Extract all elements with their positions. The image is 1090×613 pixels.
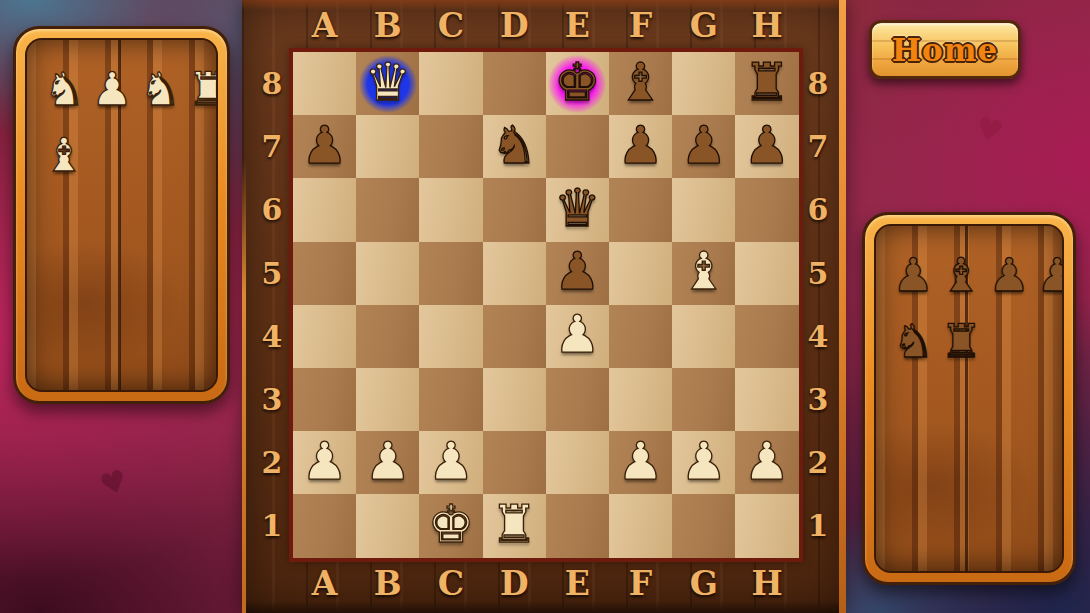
square-c8[interactable] bbox=[419, 52, 482, 115]
square-b4[interactable] bbox=[356, 305, 419, 368]
square-h4[interactable] bbox=[735, 305, 798, 368]
square-b1[interactable] bbox=[356, 494, 419, 557]
square-d1[interactable]: ♜ bbox=[483, 494, 546, 557]
square-g5[interactable]: ♝ bbox=[672, 242, 735, 305]
square-e8[interactable]: ♚ bbox=[546, 52, 609, 115]
rank-label-4: 4 bbox=[258, 305, 286, 368]
square-d3[interactable] bbox=[483, 368, 546, 431]
square-g3[interactable] bbox=[672, 368, 735, 431]
square-h8[interactable]: ♜ bbox=[735, 52, 798, 115]
piece-white-pawn-f2[interactable]: ♟ bbox=[617, 435, 664, 487]
board-squares: ♛♚♝♜♟♞♟♟♟♛♟♝♟♟♟♟♟♟♟♚♜ bbox=[289, 48, 803, 562]
captured-white-pawn: ♟ bbox=[88, 56, 136, 122]
piece-black-knight-d7[interactable]: ♞ bbox=[491, 119, 538, 171]
square-a7[interactable]: ♟ bbox=[293, 115, 356, 178]
captured-black-pawn: ♟ bbox=[889, 242, 937, 308]
square-e4[interactable]: ♟ bbox=[546, 305, 609, 368]
rank-label-6: 6 bbox=[804, 178, 832, 241]
square-c3[interactable] bbox=[419, 368, 482, 431]
square-f6[interactable] bbox=[609, 178, 672, 241]
piece-white-pawn-a2[interactable]: ♟ bbox=[301, 435, 348, 487]
captured-white-knight: ♞ bbox=[40, 56, 88, 122]
captured-black-pawn: ♟ bbox=[985, 242, 1033, 308]
rank-label-2: 2 bbox=[804, 431, 832, 494]
square-a6[interactable] bbox=[293, 178, 356, 241]
piece-black-pawn-f7[interactable]: ♟ bbox=[617, 119, 664, 171]
rank-labels-left: 87654321 bbox=[258, 52, 286, 558]
rank-label-5: 5 bbox=[804, 242, 832, 305]
piece-white-rook-d1[interactable]: ♜ bbox=[491, 498, 538, 550]
tray-empty-slot bbox=[88, 122, 136, 188]
rank-label-5: 5 bbox=[258, 242, 286, 305]
square-d4[interactable] bbox=[483, 305, 546, 368]
captured-white-knight: ♞ bbox=[136, 56, 184, 122]
captured-white-bishop: ♝ bbox=[40, 122, 88, 188]
square-c5[interactable] bbox=[419, 242, 482, 305]
file-label-B: B bbox=[356, 559, 419, 607]
tray-wood-panel: ♟♝♟♟♞♜ bbox=[874, 224, 1064, 573]
rank-label-7: 7 bbox=[804, 115, 832, 178]
square-h5[interactable] bbox=[735, 242, 798, 305]
square-g8[interactable] bbox=[672, 52, 735, 115]
rank-label-8: 8 bbox=[804, 52, 832, 115]
tray-wood-panel: ♞♟♞♜♝ bbox=[25, 38, 218, 392]
file-label-F: F bbox=[609, 559, 672, 607]
square-h2[interactable]: ♟ bbox=[735, 431, 798, 494]
captured-pieces-tray-black: ♟♝♟♟♞♜ bbox=[862, 212, 1076, 585]
file-label-A: A bbox=[293, 559, 356, 607]
rank-labels-right: 87654321 bbox=[804, 52, 832, 558]
rank-label-7: 7 bbox=[258, 115, 286, 178]
square-b8[interactable]: ♛ bbox=[356, 52, 419, 115]
rank-label-4: 4 bbox=[804, 305, 832, 368]
board-edge-right bbox=[839, 0, 846, 613]
piece-white-pawn-c2[interactable]: ♟ bbox=[428, 435, 475, 487]
square-d8[interactable] bbox=[483, 52, 546, 115]
square-f1[interactable] bbox=[609, 494, 672, 557]
square-a5[interactable] bbox=[293, 242, 356, 305]
square-g7[interactable]: ♟ bbox=[672, 115, 735, 178]
square-c4[interactable] bbox=[419, 305, 482, 368]
file-label-C: C bbox=[419, 3, 482, 47]
rank-label-3: 3 bbox=[804, 368, 832, 431]
home-button[interactable]: Home bbox=[869, 20, 1021, 79]
square-e6[interactable]: ♛ bbox=[546, 178, 609, 241]
piece-white-pawn-b2[interactable]: ♟ bbox=[364, 435, 411, 487]
rank-label-1: 1 bbox=[258, 494, 286, 557]
rank-label-3: 3 bbox=[258, 368, 286, 431]
square-c6[interactable] bbox=[419, 178, 482, 241]
square-d2[interactable] bbox=[483, 431, 546, 494]
square-f4[interactable] bbox=[609, 305, 672, 368]
square-e2[interactable] bbox=[546, 431, 609, 494]
square-b2[interactable]: ♟ bbox=[356, 431, 419, 494]
square-b7[interactable] bbox=[356, 115, 419, 178]
file-label-D: D bbox=[483, 559, 546, 607]
file-label-F: F bbox=[609, 3, 672, 47]
square-a8[interactable] bbox=[293, 52, 356, 115]
square-g6[interactable] bbox=[672, 178, 735, 241]
tray-empty-slot bbox=[136, 122, 184, 188]
square-e3[interactable] bbox=[546, 368, 609, 431]
file-label-A: A bbox=[293, 3, 356, 47]
piece-white-king-c1[interactable]: ♚ bbox=[428, 498, 475, 550]
file-label-H: H bbox=[735, 559, 798, 607]
piece-white-pawn-g2[interactable]: ♟ bbox=[680, 435, 727, 487]
square-e5[interactable]: ♟ bbox=[546, 242, 609, 305]
square-e1[interactable] bbox=[546, 494, 609, 557]
captured-white-rook: ♜ bbox=[184, 56, 218, 122]
rank-label-6: 6 bbox=[258, 178, 286, 241]
home-button-label: Home bbox=[892, 32, 999, 68]
square-a1[interactable] bbox=[293, 494, 356, 557]
square-e7[interactable] bbox=[546, 115, 609, 178]
square-g4[interactable] bbox=[672, 305, 735, 368]
file-label-C: C bbox=[419, 559, 482, 607]
captured-pieces-tray-white: ♞♟♞♜♝ bbox=[13, 26, 230, 404]
square-b3[interactable] bbox=[356, 368, 419, 431]
square-f3[interactable] bbox=[609, 368, 672, 431]
square-a4[interactable] bbox=[293, 305, 356, 368]
file-label-B: B bbox=[356, 3, 419, 47]
captured-black-pawn: ♟ bbox=[1033, 242, 1064, 308]
file-label-D: D bbox=[483, 3, 546, 47]
rank-label-2: 2 bbox=[258, 431, 286, 494]
square-b5[interactable] bbox=[356, 242, 419, 305]
square-g2[interactable]: ♟ bbox=[672, 431, 735, 494]
file-labels-top: ABCDEFGH bbox=[293, 3, 799, 47]
rank-label-1: 1 bbox=[804, 494, 832, 557]
piece-white-pawn-h2[interactable]: ♟ bbox=[744, 435, 791, 487]
tray-empty-slot bbox=[1033, 308, 1064, 374]
board-edge-left bbox=[242, 0, 246, 613]
tray-empty-slot bbox=[184, 122, 218, 188]
square-h1[interactable] bbox=[735, 494, 798, 557]
square-d6[interactable] bbox=[483, 178, 546, 241]
captured-white-pieces: ♞♟♞♜♝ bbox=[40, 56, 218, 188]
square-f7[interactable]: ♟ bbox=[609, 115, 672, 178]
piece-black-king-e8[interactable]: ♚ bbox=[554, 56, 601, 108]
file-label-G: G bbox=[672, 559, 735, 607]
rank-label-8: 8 bbox=[258, 52, 286, 115]
file-labels-bottom: ABCDEFGH bbox=[293, 559, 799, 607]
piece-white-pawn-e4[interactable]: ♟ bbox=[554, 308, 601, 360]
square-a3[interactable] bbox=[293, 368, 356, 431]
square-c1[interactable]: ♚ bbox=[419, 494, 482, 557]
square-f2[interactable]: ♟ bbox=[609, 431, 672, 494]
captured-black-knight: ♞ bbox=[889, 308, 937, 374]
file-label-E: E bbox=[546, 3, 609, 47]
captured-black-bishop: ♝ bbox=[937, 242, 985, 308]
tray-empty-slot bbox=[985, 308, 1033, 374]
square-c7[interactable] bbox=[419, 115, 482, 178]
piece-black-pawn-h7[interactable]: ♟ bbox=[744, 119, 791, 171]
file-label-E: E bbox=[546, 559, 609, 607]
piece-black-pawn-g7[interactable]: ♟ bbox=[680, 119, 727, 171]
square-h3[interactable] bbox=[735, 368, 798, 431]
captured-black-rook: ♜ bbox=[937, 308, 985, 374]
square-b6[interactable] bbox=[356, 178, 419, 241]
piece-black-pawn-a7[interactable]: ♟ bbox=[301, 119, 348, 171]
square-f5[interactable] bbox=[609, 242, 672, 305]
piece-black-bishop-f8[interactable]: ♝ bbox=[617, 56, 664, 108]
square-d5[interactable] bbox=[483, 242, 546, 305]
piece-white-bishop-g5[interactable]: ♝ bbox=[680, 245, 727, 297]
piece-black-rook-h8[interactable]: ♜ bbox=[744, 56, 791, 108]
piece-black-pawn-e5[interactable]: ♟ bbox=[554, 245, 601, 297]
square-f8[interactable]: ♝ bbox=[609, 52, 672, 115]
square-h7[interactable]: ♟ bbox=[735, 115, 798, 178]
square-h6[interactable] bbox=[735, 178, 798, 241]
piece-black-queen-e6[interactable]: ♛ bbox=[554, 182, 601, 234]
file-label-H: H bbox=[735, 3, 798, 47]
piece-white-queen-b8[interactable]: ♛ bbox=[364, 56, 411, 108]
square-a2[interactable]: ♟ bbox=[293, 431, 356, 494]
square-g1[interactable] bbox=[672, 494, 735, 557]
square-d7[interactable]: ♞ bbox=[483, 115, 546, 178]
square-c2[interactable]: ♟ bbox=[419, 431, 482, 494]
file-label-G: G bbox=[672, 3, 735, 47]
captured-black-pieces: ♟♝♟♟♞♜ bbox=[889, 242, 1064, 374]
chessboard-frame: ABCDEFGH ABCDEFGH 87654321 87654321 ♛♚♝♜… bbox=[242, 0, 846, 613]
